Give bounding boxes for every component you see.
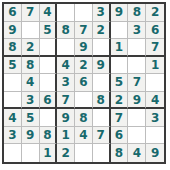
cell-r3c9: 7 <box>146 39 164 57</box>
cell-r8c9[interactable] <box>146 127 164 145</box>
cell-r2c9: 6 <box>146 22 164 40</box>
cell-r2c4: 8 <box>57 22 75 40</box>
cell-r7c1: 4 <box>4 109 22 127</box>
cell-r6c9: 4 <box>146 92 164 110</box>
cell-r7c9: 3 <box>146 109 164 127</box>
cell-r1c2: 7 <box>22 4 40 22</box>
cell-r7c6[interactable] <box>93 109 111 127</box>
cell-r7c3[interactable] <box>40 109 58 127</box>
cell-r5c9[interactable] <box>146 74 164 92</box>
cell-r2c1: 9 <box>4 22 22 40</box>
cell-r8c7: 6 <box>111 127 129 145</box>
cell-r4c9: 1 <box>146 57 164 75</box>
cell-r8c6: 7 <box>93 127 111 145</box>
cell-r4c7[interactable] <box>111 57 129 75</box>
cell-r3c7: 1 <box>111 39 129 57</box>
cell-r6c7: 2 <box>111 92 129 110</box>
cell-r1c9: 2 <box>146 4 164 22</box>
sudoku-board: 6743982958723682917584291436573678294459… <box>2 2 166 164</box>
cell-r2c7[interactable] <box>111 22 129 40</box>
cell-r9c3: 1 <box>40 144 58 162</box>
cell-r4c4: 4 <box>57 57 75 75</box>
cell-r1c5[interactable] <box>75 4 93 22</box>
cell-r4c8[interactable] <box>128 57 146 75</box>
cell-r6c5[interactable] <box>75 92 93 110</box>
cell-r5c7: 5 <box>111 74 129 92</box>
cell-r9c6[interactable] <box>93 144 111 162</box>
cell-r8c1: 3 <box>4 127 22 145</box>
cell-r3c4[interactable] <box>57 39 75 57</box>
cell-r9c1[interactable] <box>4 144 22 162</box>
cell-r2c5: 7 <box>75 22 93 40</box>
cell-r9c4: 2 <box>57 144 75 162</box>
cell-r4c2: 8 <box>22 57 40 75</box>
cell-r6c6: 8 <box>93 92 111 110</box>
cell-r3c2: 2 <box>22 39 40 57</box>
cell-r9c9: 9 <box>146 144 164 162</box>
cell-r6c2: 3 <box>22 92 40 110</box>
cell-r9c2[interactable] <box>22 144 40 162</box>
cell-r5c2: 4 <box>22 74 40 92</box>
cell-r8c3: 8 <box>40 127 58 145</box>
cell-r3c5: 9 <box>75 39 93 57</box>
cell-r8c2: 9 <box>22 127 40 145</box>
cell-r6c3: 6 <box>40 92 58 110</box>
cell-r9c8: 4 <box>128 144 146 162</box>
cell-r4c6: 9 <box>93 57 111 75</box>
cell-r7c8[interactable] <box>128 109 146 127</box>
cell-r5c5: 6 <box>75 74 93 92</box>
cell-r2c6: 2 <box>93 22 111 40</box>
cell-r4c1: 5 <box>4 57 22 75</box>
cell-r4c5: 2 <box>75 57 93 75</box>
cell-r1c7: 9 <box>111 4 129 22</box>
cell-r7c2: 5 <box>22 109 40 127</box>
cell-r5c6[interactable] <box>93 74 111 92</box>
cell-r9c7: 8 <box>111 144 129 162</box>
cell-r7c4: 9 <box>57 109 75 127</box>
cell-r5c8: 7 <box>128 74 146 92</box>
cell-r2c3: 5 <box>40 22 58 40</box>
cell-r6c1[interactable] <box>4 92 22 110</box>
cell-r5c1[interactable] <box>4 74 22 92</box>
cell-r3c6[interactable] <box>93 39 111 57</box>
cell-r2c8: 3 <box>128 22 146 40</box>
cell-r4c3[interactable] <box>40 57 58 75</box>
cell-r8c5: 4 <box>75 127 93 145</box>
cell-r1c8: 8 <box>128 4 146 22</box>
sudoku-page: 6743982958723682917584291436573678294459… <box>0 0 170 164</box>
cell-r1c4[interactable] <box>57 4 75 22</box>
cell-r9c5[interactable] <box>75 144 93 162</box>
cell-r7c7: 7 <box>111 109 129 127</box>
cell-r1c6: 3 <box>93 4 111 22</box>
cell-r6c4: 7 <box>57 92 75 110</box>
cell-r7c5: 8 <box>75 109 93 127</box>
cell-r1c1: 6 <box>4 4 22 22</box>
cell-r5c4: 3 <box>57 74 75 92</box>
cell-r3c3[interactable] <box>40 39 58 57</box>
cell-r2c2[interactable] <box>22 22 40 40</box>
cell-r8c4: 1 <box>57 127 75 145</box>
cell-r3c8[interactable] <box>128 39 146 57</box>
cell-r6c8: 9 <box>128 92 146 110</box>
cell-r5c3[interactable] <box>40 74 58 92</box>
cell-r1c3: 4 <box>40 4 58 22</box>
cell-r3c1: 8 <box>4 39 22 57</box>
cell-r8c8[interactable] <box>128 127 146 145</box>
